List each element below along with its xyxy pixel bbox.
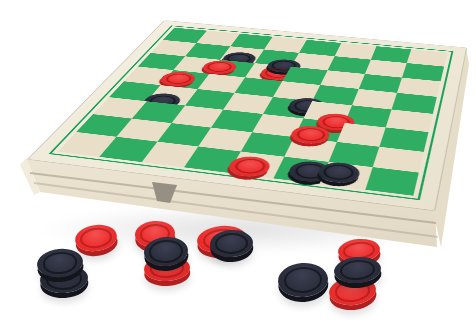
loose-pieces <box>0 0 476 332</box>
scene <box>0 0 476 332</box>
loose-checker-black[interactable] <box>277 261 329 298</box>
loose-checker-red[interactable] <box>73 222 118 254</box>
